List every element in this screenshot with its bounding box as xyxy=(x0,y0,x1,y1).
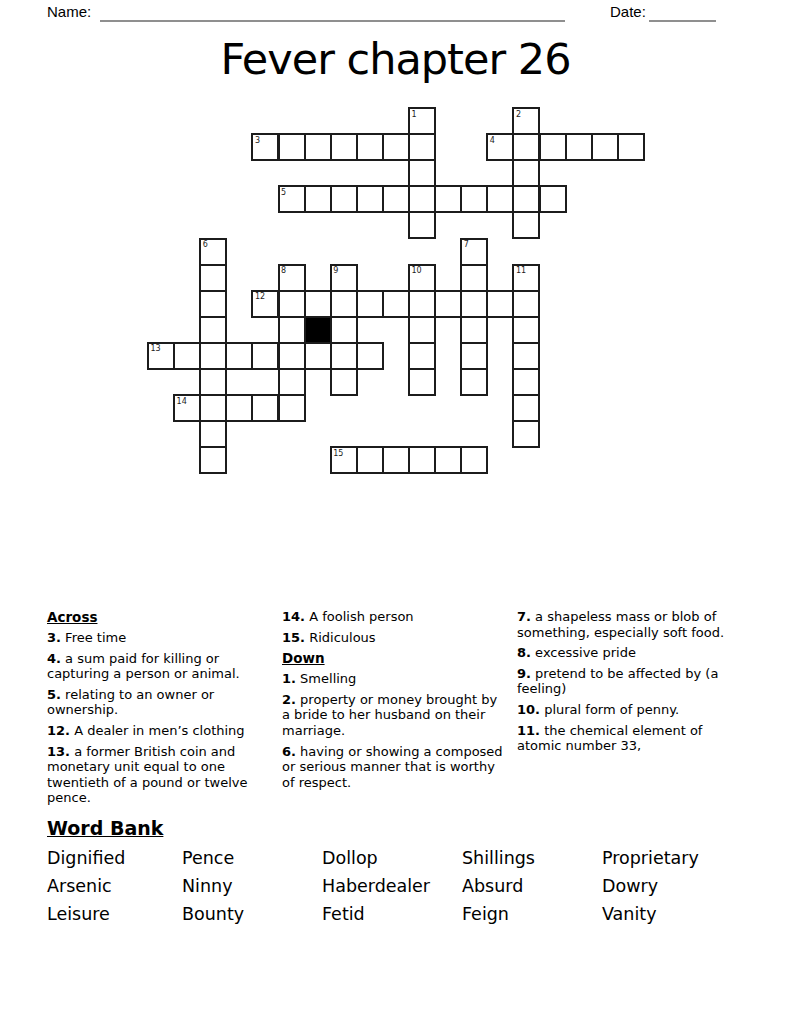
word-bank-word: Vanity xyxy=(602,904,757,924)
clues-heading-down: Down xyxy=(282,650,505,666)
grid-cell-r11c3[interactable] xyxy=(225,394,253,422)
clue-column-2: 14. A foolish person15. RidiculousDown1.… xyxy=(282,609,517,811)
grid-cell-r13c8[interactable] xyxy=(356,446,384,474)
word-bank-word: Pence xyxy=(182,848,322,868)
down-clue-8: 8. excessive pride xyxy=(517,645,740,661)
grid-cell-r7c7[interactable] xyxy=(330,290,358,318)
clue-number-8: 8 xyxy=(281,267,286,275)
page-title: Fever chapter 26 xyxy=(0,34,791,84)
clue-column-3: 7. a shapeless mass or blob of something… xyxy=(517,609,752,811)
grid-cell-r13c12[interactable] xyxy=(460,446,488,474)
word-bank-word: Bounty xyxy=(182,904,322,924)
grid-cell-r10c2[interactable] xyxy=(199,368,227,396)
grid-cell-r11c2[interactable] xyxy=(199,394,227,422)
clue-number-13: 13 xyxy=(151,345,161,353)
grid-cell-r7c2[interactable] xyxy=(199,290,227,318)
word-bank-word: Arsenic xyxy=(47,876,182,896)
down-clue-1: 1. Smelling xyxy=(282,671,505,687)
grid-cell-r12c14[interactable] xyxy=(512,420,540,448)
across-clue-14: 14. A foolish person xyxy=(282,609,505,625)
clue-number-label: 8. xyxy=(517,645,531,660)
grid-cell-r1c17[interactable] xyxy=(591,133,619,161)
grid-cell-r7c12[interactable] xyxy=(460,290,488,318)
grid-cell-r3c11[interactable] xyxy=(434,185,462,213)
word-bank-word: Fetid xyxy=(322,904,462,924)
grid-cell-r9c8[interactable] xyxy=(356,342,384,370)
grid-cell-r3c14[interactable] xyxy=(512,185,540,213)
grid-cell-r9c7[interactable] xyxy=(330,342,358,370)
clue-number-1: 1 xyxy=(412,111,417,119)
grid-cell-r8c14[interactable] xyxy=(512,316,540,344)
grid-cell-r8c7[interactable] xyxy=(330,316,358,344)
grid-cell-r8c12[interactable] xyxy=(460,316,488,344)
grid-cell-r3c6[interactable] xyxy=(304,185,332,213)
word-bank-word: Proprietary xyxy=(602,848,757,868)
grid-cell-r7c9[interactable] xyxy=(382,290,410,318)
clue-number-5: 5 xyxy=(281,189,286,197)
word-bank-word: Dowry xyxy=(602,876,757,896)
grid-cell-r13c11[interactable] xyxy=(434,446,462,474)
grid-cell-r9c10[interactable] xyxy=(408,342,436,370)
clue-number-label: 9. xyxy=(517,666,531,681)
grid-cell-r1c9[interactable] xyxy=(382,133,410,161)
grid-cell-r10c5[interactable] xyxy=(278,368,306,396)
grid-cell-r10c7[interactable] xyxy=(330,368,358,396)
clue-number-label: 15. xyxy=(282,630,305,645)
grid-cell-r11c5[interactable] xyxy=(278,394,306,422)
grid-cell-r1c15[interactable] xyxy=(539,133,567,161)
clue-number-label: 6. xyxy=(282,744,296,759)
grid-cell-r8c5[interactable] xyxy=(278,316,306,344)
grid-cell-r13c10[interactable] xyxy=(408,446,436,474)
clue-number-14: 14 xyxy=(177,398,187,406)
clues-section: Across3. Free time4. a sum paid for kill… xyxy=(47,609,757,811)
grid-cell-r9c3[interactable] xyxy=(225,342,253,370)
word-bank-word: Leisure xyxy=(47,904,182,924)
clue-number-label: 1. xyxy=(282,671,296,686)
clue-number-11: 11 xyxy=(516,267,526,275)
grid-cell-r7c13[interactable] xyxy=(486,290,514,318)
grid-cell-r1c16[interactable] xyxy=(565,133,593,161)
down-clue-2: 2. property or money brought by a bride … xyxy=(282,692,505,739)
black-cell xyxy=(304,316,332,344)
grid-cell-r1c18[interactable] xyxy=(617,133,645,161)
grid-cell-r13c2[interactable] xyxy=(199,446,227,474)
grid-cell-r3c7[interactable] xyxy=(330,185,358,213)
grid-cell-r12c2[interactable] xyxy=(199,420,227,448)
clue-number-10: 10 xyxy=(412,267,422,275)
name-blank-line[interactable] xyxy=(100,4,565,22)
grid-cell-r11c14[interactable] xyxy=(512,394,540,422)
grid-cell-r10c10[interactable] xyxy=(408,368,436,396)
grid-cell-r8c2[interactable] xyxy=(199,316,227,344)
clue-number-label: 3. xyxy=(47,630,61,645)
clue-number-label: 10. xyxy=(517,702,540,717)
grid-cell-r9c1[interactable] xyxy=(173,342,201,370)
grid-cell-r7c14[interactable] xyxy=(512,290,540,318)
word-bank-word: Shillings xyxy=(462,848,602,868)
clue-number-3: 3 xyxy=(255,137,260,145)
grid-cell-r9c6[interactable] xyxy=(304,342,332,370)
clue-number-12: 12 xyxy=(255,293,265,301)
clue-number-label: 7. xyxy=(517,609,531,624)
across-clue-4: 4. a sum paid for killing or capturing a… xyxy=(47,651,270,682)
clue-number-15: 15 xyxy=(333,450,343,458)
clue-number-7: 7 xyxy=(464,241,469,249)
grid-cell-r1c6[interactable] xyxy=(304,133,332,161)
clues-heading-across: Across xyxy=(47,609,270,625)
grid-cell-r1c14[interactable] xyxy=(512,133,540,161)
clue-number-2: 2 xyxy=(516,111,521,119)
grid-cell-r3c9[interactable] xyxy=(382,185,410,213)
grid-cell-r1c7[interactable] xyxy=(330,133,358,161)
grid-cell-r9c5[interactable] xyxy=(278,342,306,370)
date-blank-line[interactable] xyxy=(649,4,716,22)
word-bank-word: Haberdealer xyxy=(322,876,462,896)
date-label: Date: xyxy=(610,3,646,20)
name-label: Name: xyxy=(47,3,91,20)
grid-cell-r8c10[interactable] xyxy=(408,316,436,344)
down-clue-9: 9. pretend to be affected by (a feeling) xyxy=(517,666,740,697)
grid-cell-r9c4[interactable] xyxy=(251,342,279,370)
grid-cell-r3c15[interactable] xyxy=(539,185,567,213)
grid-cell-r13c9[interactable] xyxy=(382,446,410,474)
word-bank-word: Absurd xyxy=(462,876,602,896)
down-clue-7: 7. a shapeless mass or blob of something… xyxy=(517,609,740,640)
across-clue-3: 3. Free time xyxy=(47,630,270,646)
clue-number-6: 6 xyxy=(203,241,208,249)
grid-cell-r1c5[interactable] xyxy=(278,133,306,161)
grid-cell-r7c6[interactable] xyxy=(304,290,332,318)
down-clue-11: 11. the chemical element of atomic numbe… xyxy=(517,723,740,754)
grid-cell-r2c10[interactable] xyxy=(408,159,436,187)
clue-number-4: 4 xyxy=(490,137,495,145)
grid-cell-r6c12[interactable] xyxy=(460,264,488,292)
across-clue-5: 5. relating to an owner or ownership. xyxy=(47,687,270,718)
word-bank-word: Dignified xyxy=(47,848,182,868)
word-bank-heading: Word Bank xyxy=(47,817,757,839)
clue-number-9: 9 xyxy=(333,267,338,275)
grid-cell-r1c8[interactable] xyxy=(356,133,384,161)
clue-column-1: Across3. Free time4. a sum paid for kill… xyxy=(47,609,282,811)
grid-cell-r7c11[interactable] xyxy=(434,290,462,318)
grid-cell-r4c14[interactable] xyxy=(512,211,540,239)
clue-number-label: 2. xyxy=(282,692,296,707)
grid-cell-r6c2[interactable] xyxy=(199,264,227,292)
crossword-worksheet: Name: Date: Fever chapter 26 12345678910… xyxy=(0,0,791,1024)
grid-cell-r9c12[interactable] xyxy=(460,342,488,370)
grid-cell-r9c2[interactable] xyxy=(199,342,227,370)
across-clue-13: 13. a former British coin and monetary u… xyxy=(47,744,270,806)
grid-cell-r3c13[interactable] xyxy=(486,185,514,213)
crossword-grid: 123456789101112131415 xyxy=(147,107,646,475)
grid-cell-r1c10[interactable] xyxy=(408,133,436,161)
grid-cell-r7c10[interactable] xyxy=(408,290,436,318)
word-bank-word: Dollop xyxy=(322,848,462,868)
grid-cell-r3c8[interactable] xyxy=(356,185,384,213)
clue-number-label: 14. xyxy=(282,609,305,624)
grid-cell-r4c10[interactable] xyxy=(408,211,436,239)
down-clue-10: 10. plural form of penny. xyxy=(517,702,740,718)
word-bank-word: Feign xyxy=(462,904,602,924)
clue-number-label: 4. xyxy=(47,651,61,666)
grid-cell-r7c5[interactable] xyxy=(278,290,306,318)
down-clue-6: 6. having or showing a composed or serio… xyxy=(282,744,505,791)
grid-cell-r3c10[interactable] xyxy=(408,185,436,213)
grid-cell-r3c12[interactable] xyxy=(460,185,488,213)
word-bank-word: Ninny xyxy=(182,876,322,896)
clue-number-label: 12. xyxy=(47,723,70,738)
word-bank-section: Word Bank DignifiedPenceDollopShillingsP… xyxy=(47,817,757,924)
across-clue-12: 12. A dealer in men’s clothing xyxy=(47,723,270,739)
word-bank-grid: DignifiedPenceDollopShillingsProprietary… xyxy=(47,848,757,924)
grid-cell-r11c4[interactable] xyxy=(251,394,279,422)
grid-cell-r10c12[interactable] xyxy=(460,368,488,396)
grid-cell-r10c14[interactable] xyxy=(512,368,540,396)
grid-cell-r9c14[interactable] xyxy=(512,342,540,370)
grid-cell-r2c14[interactable] xyxy=(512,159,540,187)
clue-number-label: 13. xyxy=(47,744,70,759)
clue-number-label: 5. xyxy=(47,687,61,702)
clue-number-label: 11. xyxy=(517,723,540,738)
grid-cell-r7c8[interactable] xyxy=(356,290,384,318)
across-clue-15: 15. Ridiculous xyxy=(282,630,505,646)
